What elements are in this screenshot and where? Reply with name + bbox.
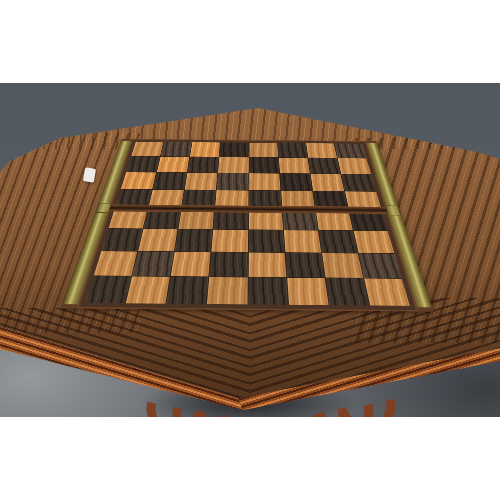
square-f2 xyxy=(285,253,324,278)
square-e1 xyxy=(248,277,288,304)
brass-hinge-right xyxy=(385,205,401,215)
square-a8 xyxy=(131,142,163,157)
square-e8 xyxy=(249,143,278,158)
square-g3 xyxy=(319,231,358,253)
square-g2 xyxy=(322,253,363,278)
square-e2 xyxy=(248,253,286,278)
square-c8 xyxy=(190,142,220,157)
square-h2 xyxy=(359,253,402,278)
square-h8 xyxy=(334,143,366,158)
square-b6 xyxy=(153,173,187,190)
square-b8 xyxy=(161,142,192,157)
square-c2 xyxy=(171,252,211,277)
chessboard xyxy=(61,83,436,312)
square-a6 xyxy=(121,172,156,189)
square-h6 xyxy=(341,174,376,191)
square-h1 xyxy=(364,278,410,305)
square-e7 xyxy=(249,157,279,173)
photo-area xyxy=(0,83,500,417)
square-b7 xyxy=(157,157,189,173)
square-b1 xyxy=(126,276,170,303)
square-a1 xyxy=(85,276,131,303)
brass-hinge-left xyxy=(95,203,111,213)
square-d3 xyxy=(212,230,248,252)
square-c7 xyxy=(188,157,219,173)
square-b2 xyxy=(132,252,174,277)
square-g8 xyxy=(306,143,337,158)
square-b3 xyxy=(138,229,177,251)
photo-page xyxy=(0,0,500,500)
square-d8 xyxy=(220,142,249,157)
square-d1 xyxy=(207,277,247,304)
square-c3 xyxy=(175,229,213,251)
square-g6 xyxy=(310,174,344,191)
square-c6 xyxy=(185,173,218,190)
square-c1 xyxy=(167,277,209,304)
square-f8 xyxy=(278,143,308,158)
board-frame xyxy=(76,139,418,311)
square-f1 xyxy=(287,278,329,305)
square-d2 xyxy=(210,252,248,277)
square-e6 xyxy=(249,173,280,190)
square-f7 xyxy=(279,158,310,174)
square-h3 xyxy=(354,231,395,253)
square-d6 xyxy=(217,173,248,190)
square-f6 xyxy=(280,174,312,191)
square-a3 xyxy=(102,229,143,251)
square-h7 xyxy=(338,158,371,174)
square-a7 xyxy=(126,156,160,172)
square-f3 xyxy=(284,230,321,252)
square-g7 xyxy=(308,158,340,174)
chessboard-folding-board xyxy=(61,139,433,312)
square-a2 xyxy=(94,251,137,276)
square-g1 xyxy=(326,278,370,305)
square-e3 xyxy=(248,230,284,252)
square-d7 xyxy=(218,157,248,173)
board-squares xyxy=(85,142,410,306)
